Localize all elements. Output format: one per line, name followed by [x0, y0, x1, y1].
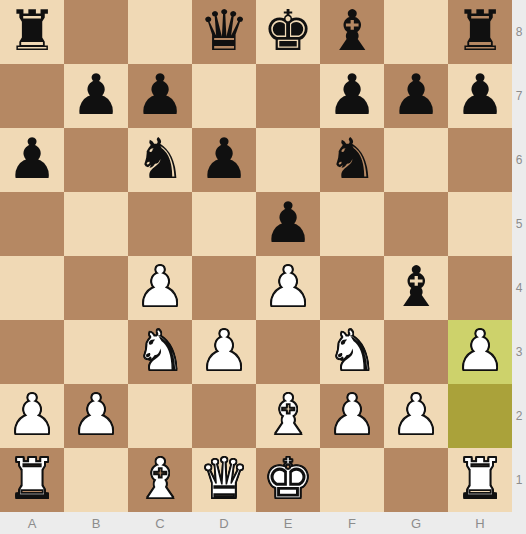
white-pawn[interactable]: ♟ [455, 319, 505, 383]
square-f8[interactable]: ♝ [320, 0, 384, 64]
rank-label-7: 7 [512, 64, 526, 128]
square-g3[interactable] [384, 320, 448, 384]
square-b5[interactable] [64, 192, 128, 256]
black-pawn[interactable]: ♟ [135, 63, 185, 127]
square-g8[interactable] [384, 0, 448, 64]
black-pawn[interactable]: ♟ [263, 191, 313, 255]
square-h6[interactable] [448, 128, 512, 192]
file-label-d: D [192, 512, 256, 534]
square-c3[interactable]: ♞ [128, 320, 192, 384]
square-f4[interactable] [320, 256, 384, 320]
black-pawn[interactable]: ♟ [327, 63, 377, 127]
square-h3[interactable]: ♟ [448, 320, 512, 384]
square-h5[interactable] [448, 192, 512, 256]
square-b6[interactable] [64, 128, 128, 192]
black-bishop[interactable]: ♝ [327, 0, 377, 63]
square-e1[interactable]: ♚ [256, 448, 320, 512]
rank-coordinates: 87654321 [512, 0, 526, 512]
square-h1[interactable]: ♜ [448, 448, 512, 512]
white-pawn[interactable]: ♟ [263, 255, 313, 319]
black-rook[interactable]: ♜ [7, 0, 57, 63]
file-label-e: E [256, 512, 320, 534]
square-e8[interactable]: ♚ [256, 0, 320, 64]
square-e2[interactable]: ♝ [256, 384, 320, 448]
black-pawn[interactable]: ♟ [455, 63, 505, 127]
square-b8[interactable] [64, 0, 128, 64]
square-d8[interactable]: ♛ [192, 0, 256, 64]
square-h4[interactable] [448, 256, 512, 320]
square-c6[interactable]: ♞ [128, 128, 192, 192]
square-h7[interactable]: ♟ [448, 64, 512, 128]
square-d6[interactable]: ♟ [192, 128, 256, 192]
black-knight[interactable]: ♞ [327, 127, 377, 191]
square-g2[interactable]: ♟ [384, 384, 448, 448]
square-e3[interactable] [256, 320, 320, 384]
chess-board-widget: ♜♛♚♝♜♟♟♟♟♟♟♞♟♞♟♟♟♝♞♟♞♟♟♟♝♟♟♜♝♛♚♜ 8765432… [0, 0, 526, 534]
black-rook[interactable]: ♜ [455, 0, 505, 63]
square-a8[interactable]: ♜ [0, 0, 64, 64]
square-c5[interactable] [128, 192, 192, 256]
square-e4[interactable]: ♟ [256, 256, 320, 320]
file-label-b: B [64, 512, 128, 534]
rank-label-4: 4 [512, 256, 526, 320]
square-b4[interactable] [64, 256, 128, 320]
white-pawn[interactable]: ♟ [135, 255, 185, 319]
white-knight[interactable]: ♞ [327, 319, 377, 383]
square-f5[interactable] [320, 192, 384, 256]
square-c4[interactable]: ♟ [128, 256, 192, 320]
square-a1[interactable]: ♜ [0, 448, 64, 512]
black-knight[interactable]: ♞ [135, 127, 185, 191]
square-d7[interactable] [192, 64, 256, 128]
square-a5[interactable] [0, 192, 64, 256]
square-d2[interactable] [192, 384, 256, 448]
square-g7[interactable]: ♟ [384, 64, 448, 128]
file-label-c: C [128, 512, 192, 534]
white-pawn[interactable]: ♟ [391, 383, 441, 447]
chess-board: ♜♛♚♝♜♟♟♟♟♟♟♞♟♞♟♟♟♝♞♟♞♟♟♟♝♟♟♜♝♛♚♜ [0, 0, 512, 512]
white-rook[interactable]: ♜ [7, 447, 57, 511]
square-f1[interactable] [320, 448, 384, 512]
white-pawn[interactable]: ♟ [7, 383, 57, 447]
square-f6[interactable]: ♞ [320, 128, 384, 192]
square-g4[interactable]: ♝ [384, 256, 448, 320]
black-pawn[interactable]: ♟ [391, 63, 441, 127]
black-pawn[interactable]: ♟ [71, 63, 121, 127]
white-bishop[interactable]: ♝ [135, 447, 185, 511]
white-queen[interactable]: ♛ [199, 447, 249, 511]
square-f2[interactable]: ♟ [320, 384, 384, 448]
square-d3[interactable]: ♟ [192, 320, 256, 384]
white-bishop[interactable]: ♝ [263, 383, 313, 447]
square-c1[interactable]: ♝ [128, 448, 192, 512]
square-a3[interactable] [0, 320, 64, 384]
white-pawn[interactable]: ♟ [71, 383, 121, 447]
margin-corner [512, 512, 526, 534]
square-h2[interactable] [448, 384, 512, 448]
rank-label-6: 6 [512, 128, 526, 192]
square-b2[interactable]: ♟ [64, 384, 128, 448]
black-pawn[interactable]: ♟ [199, 127, 249, 191]
square-b1[interactable] [64, 448, 128, 512]
black-pawn[interactable]: ♟ [7, 127, 57, 191]
square-b7[interactable]: ♟ [64, 64, 128, 128]
white-king[interactable]: ♚ [263, 447, 313, 511]
rank-label-2: 2 [512, 384, 526, 448]
rank-label-3: 3 [512, 320, 526, 384]
white-pawn[interactable]: ♟ [199, 319, 249, 383]
white-knight[interactable]: ♞ [135, 319, 185, 383]
black-bishop[interactable]: ♝ [391, 255, 441, 319]
rank-label-5: 5 [512, 192, 526, 256]
square-c7[interactable]: ♟ [128, 64, 192, 128]
file-label-f: F [320, 512, 384, 534]
square-d5[interactable] [192, 192, 256, 256]
file-label-g: G [384, 512, 448, 534]
square-h8[interactable]: ♜ [448, 0, 512, 64]
square-g5[interactable] [384, 192, 448, 256]
file-label-a: A [0, 512, 64, 534]
square-d4[interactable] [192, 256, 256, 320]
square-g6[interactable] [384, 128, 448, 192]
black-queen[interactable]: ♛ [199, 0, 249, 63]
square-a2[interactable]: ♟ [0, 384, 64, 448]
file-label-h: H [448, 512, 512, 534]
white-rook[interactable]: ♜ [455, 447, 505, 511]
file-coordinates: ABCDEFGH [0, 512, 512, 534]
rank-label-1: 1 [512, 448, 526, 512]
square-d1[interactable]: ♛ [192, 448, 256, 512]
square-e6[interactable] [256, 128, 320, 192]
square-a6[interactable]: ♟ [0, 128, 64, 192]
square-a4[interactable] [0, 256, 64, 320]
rank-label-8: 8 [512, 0, 526, 64]
square-e7[interactable] [256, 64, 320, 128]
square-g1[interactable] [384, 448, 448, 512]
square-c8[interactable] [128, 0, 192, 64]
black-king[interactable]: ♚ [263, 0, 313, 63]
white-pawn[interactable]: ♟ [327, 383, 377, 447]
square-b3[interactable] [64, 320, 128, 384]
square-e5[interactable]: ♟ [256, 192, 320, 256]
square-a7[interactable] [0, 64, 64, 128]
square-f7[interactable]: ♟ [320, 64, 384, 128]
square-c2[interactable] [128, 384, 192, 448]
square-f3[interactable]: ♞ [320, 320, 384, 384]
